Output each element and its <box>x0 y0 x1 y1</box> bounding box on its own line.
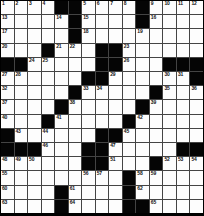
white-cell[interactable] <box>177 200 190 213</box>
clue-number: 11 <box>178 1 183 6</box>
clue-number: 35 <box>164 86 169 91</box>
white-cell[interactable] <box>123 100 136 113</box>
white-cell[interactable] <box>96 186 109 199</box>
white-cell[interactable] <box>96 15 109 28</box>
clue-number: 59 <box>151 171 156 176</box>
clue-number: 63 <box>2 200 7 205</box>
clue-number: 20 <box>2 44 7 49</box>
white-cell[interactable] <box>42 157 55 170</box>
white-cell[interactable] <box>28 171 41 184</box>
white-cell[interactable] <box>55 129 68 142</box>
white-cell[interactable] <box>15 86 28 99</box>
white-cell[interactable] <box>123 72 136 85</box>
clue-number: 18 <box>83 29 88 34</box>
black-cell <box>1 143 14 156</box>
black-cell <box>123 115 136 128</box>
white-cell[interactable] <box>55 157 68 170</box>
white-cell[interactable]: 27 <box>1 72 14 85</box>
clue-number: 12 <box>191 1 196 6</box>
white-cell[interactable]: 55 <box>1 171 14 184</box>
white-cell[interactable]: 4 <box>42 1 55 14</box>
clue-number: 62 <box>137 186 142 191</box>
black-cell <box>96 157 109 170</box>
white-cell[interactable]: 28 <box>15 72 28 85</box>
white-cell[interactable]: 61 <box>69 186 82 199</box>
white-cell[interactable]: 24 <box>28 58 41 71</box>
white-cell[interactable]: 47 <box>109 143 122 156</box>
white-cell[interactable]: 33 <box>82 86 95 99</box>
white-cell[interactable]: 65 <box>150 200 163 213</box>
white-cell[interactable]: 42 <box>136 115 149 128</box>
clue-number: 61 <box>70 186 75 191</box>
clue-number: 21 <box>56 44 61 49</box>
white-cell[interactable]: 14 <box>55 15 68 28</box>
black-cell <box>136 100 149 113</box>
white-cell[interactable]: 8 <box>123 1 136 14</box>
crossword-puzzle: 1234567891011121314151617181920212223242… <box>0 0 204 216</box>
white-cell[interactable] <box>42 15 55 28</box>
white-cell[interactable]: 43 <box>15 129 28 142</box>
clue-number: 31 <box>178 72 183 77</box>
white-cell[interactable] <box>28 44 41 57</box>
clue-number: 33 <box>83 86 88 91</box>
black-cell <box>136 1 149 14</box>
white-cell[interactable] <box>109 100 122 113</box>
clue-number: 28 <box>16 72 21 77</box>
white-cell[interactable] <box>163 143 176 156</box>
black-cell <box>69 29 82 42</box>
black-cell <box>55 186 68 199</box>
clue-number: 17 <box>2 29 7 34</box>
white-cell[interactable] <box>150 44 163 57</box>
white-cell[interactable]: 23 <box>123 44 136 57</box>
white-cell[interactable] <box>123 143 136 156</box>
clue-number: 14 <box>56 15 61 20</box>
black-cell <box>96 129 109 142</box>
white-cell[interactable]: 38 <box>69 100 82 113</box>
clue-number: 15 <box>83 15 88 20</box>
clue-number: 23 <box>124 44 129 49</box>
white-cell[interactable]: 34 <box>96 86 109 99</box>
black-cell <box>177 143 190 156</box>
black-cell <box>123 171 136 184</box>
white-cell[interactable] <box>190 115 203 128</box>
white-cell[interactable] <box>177 115 190 128</box>
white-cell[interactable]: 15 <box>82 15 95 28</box>
white-cell[interactable] <box>150 143 163 156</box>
white-cell[interactable] <box>82 58 95 71</box>
black-cell <box>190 143 203 156</box>
white-cell[interactable] <box>177 15 190 28</box>
white-cell[interactable]: 46 <box>42 143 55 156</box>
white-cell[interactable] <box>136 129 149 142</box>
white-cell[interactable] <box>163 171 176 184</box>
white-cell[interactable]: 36 <box>190 86 203 99</box>
black-cell <box>109 129 122 142</box>
white-cell[interactable]: 37 <box>1 100 14 113</box>
white-cell[interactable] <box>55 29 68 42</box>
white-cell[interactable] <box>82 186 95 199</box>
white-cell[interactable] <box>123 15 136 28</box>
white-cell[interactable] <box>69 129 82 142</box>
white-cell[interactable] <box>15 186 28 199</box>
clue-number: 26 <box>124 58 129 63</box>
black-cell <box>109 44 122 57</box>
white-cell[interactable]: 48 <box>1 157 14 170</box>
white-cell[interactable]: 7 <box>109 1 122 14</box>
white-cell[interactable] <box>15 200 28 213</box>
white-cell[interactable]: 32 <box>1 86 14 99</box>
white-cell[interactable] <box>150 29 163 42</box>
black-cell <box>123 200 136 213</box>
white-cell[interactable] <box>69 171 82 184</box>
black-cell <box>136 200 149 213</box>
black-cell <box>96 58 109 71</box>
white-cell[interactable] <box>109 186 122 199</box>
white-cell[interactable] <box>82 200 95 213</box>
white-cell[interactable] <box>96 29 109 42</box>
white-cell[interactable] <box>42 171 55 184</box>
white-cell[interactable] <box>163 29 176 42</box>
clue-number: 5 <box>83 1 86 6</box>
white-cell[interactable]: 58 <box>136 171 149 184</box>
white-cell[interactable] <box>96 115 109 128</box>
white-cell[interactable] <box>190 15 203 28</box>
white-cell[interactable] <box>28 100 41 113</box>
white-cell[interactable] <box>177 100 190 113</box>
clue-number: 7 <box>110 1 113 6</box>
clue-number: 36 <box>191 86 196 91</box>
white-cell[interactable] <box>190 100 203 113</box>
clue-number: 8 <box>124 1 127 6</box>
black-cell <box>69 15 82 28</box>
white-cell[interactable] <box>96 100 109 113</box>
black-cell <box>15 143 28 156</box>
white-cell[interactable] <box>28 29 41 42</box>
white-cell[interactable]: 9 <box>150 1 163 14</box>
black-cell <box>136 15 149 28</box>
white-cell[interactable] <box>163 15 176 28</box>
white-cell[interactable]: 21 <box>55 44 68 57</box>
black-cell <box>150 157 163 170</box>
white-cell[interactable] <box>69 72 82 85</box>
white-cell[interactable] <box>55 86 68 99</box>
clue-number: 34 <box>97 86 102 91</box>
white-cell[interactable]: 11 <box>177 1 190 14</box>
clue-number: 13 <box>2 15 7 20</box>
white-cell[interactable] <box>190 200 203 213</box>
white-cell[interactable] <box>55 143 68 156</box>
white-cell[interactable] <box>96 200 109 213</box>
white-cell[interactable] <box>28 15 41 28</box>
black-cell <box>82 157 95 170</box>
white-cell[interactable] <box>69 115 82 128</box>
black-cell <box>69 1 82 14</box>
white-cell[interactable] <box>55 171 68 184</box>
white-cell[interactable]: 56 <box>82 171 95 184</box>
clue-number: 47 <box>110 143 115 148</box>
clue-number: 16 <box>151 15 156 20</box>
white-cell[interactable]: 13 <box>1 15 14 28</box>
clue-number: 6 <box>97 1 100 6</box>
white-cell[interactable]: 26 <box>123 58 136 71</box>
white-cell[interactable]: 16 <box>150 15 163 28</box>
white-cell[interactable] <box>190 44 203 57</box>
black-cell <box>96 44 109 57</box>
white-cell[interactable]: 64 <box>69 200 82 213</box>
white-cell[interactable]: 3 <box>28 1 41 14</box>
white-cell[interactable]: 63 <box>1 200 14 213</box>
clue-number: 27 <box>2 72 7 77</box>
white-cell[interactable] <box>28 129 41 142</box>
white-cell[interactable] <box>123 157 136 170</box>
white-cell[interactable]: 54 <box>190 157 203 170</box>
white-cell[interactable]: 5 <box>82 1 95 14</box>
white-cell[interactable] <box>163 200 176 213</box>
black-cell <box>150 86 163 99</box>
crossword-board: 1234567891011121314151617181920212223242… <box>0 0 204 216</box>
white-cell[interactable]: 41 <box>55 115 68 128</box>
white-cell[interactable] <box>150 115 163 128</box>
white-cell[interactable] <box>123 86 136 99</box>
black-cell <box>69 86 82 99</box>
white-cell[interactable] <box>28 115 41 128</box>
black-cell <box>190 58 203 71</box>
white-cell[interactable]: 29 <box>109 72 122 85</box>
white-cell[interactable]: 6 <box>96 1 109 14</box>
white-cell[interactable]: 59 <box>150 171 163 184</box>
clue-number: 58 <box>137 171 142 176</box>
black-cell <box>123 186 136 199</box>
white-cell[interactable] <box>190 29 203 42</box>
white-cell[interactable] <box>163 100 176 113</box>
clue-number: 3 <box>29 1 32 6</box>
clue-number: 48 <box>2 157 7 162</box>
white-cell[interactable] <box>82 44 95 57</box>
white-cell[interactable] <box>163 115 176 128</box>
white-cell[interactable] <box>69 58 82 71</box>
white-cell[interactable] <box>28 72 41 85</box>
black-cell <box>177 58 190 71</box>
clue-number: 19 <box>137 29 142 34</box>
white-cell[interactable] <box>190 129 203 142</box>
white-cell[interactable] <box>69 157 82 170</box>
white-cell[interactable] <box>55 72 68 85</box>
white-cell[interactable] <box>42 200 55 213</box>
clue-number: 4 <box>43 1 46 6</box>
white-cell[interactable] <box>82 129 95 142</box>
clue-number: 46 <box>43 143 48 148</box>
white-cell[interactable] <box>163 129 176 142</box>
white-cell[interactable]: 50 <box>28 157 41 170</box>
clue-number: 50 <box>29 157 34 162</box>
white-cell[interactable]: 2 <box>15 1 28 14</box>
white-cell[interactable] <box>42 100 55 113</box>
clue-number: 60 <box>2 186 7 191</box>
white-cell[interactable] <box>177 44 190 57</box>
black-cell <box>55 1 68 14</box>
white-cell[interactable] <box>42 29 55 42</box>
white-cell[interactable] <box>136 58 149 71</box>
white-cell[interactable]: 20 <box>1 44 14 57</box>
white-cell[interactable] <box>123 29 136 42</box>
clue-number: 2 <box>16 1 19 6</box>
white-cell[interactable] <box>190 186 203 199</box>
white-cell[interactable] <box>150 129 163 142</box>
black-cell <box>82 143 95 156</box>
white-cell[interactable]: 45 <box>123 129 136 142</box>
white-cell[interactable]: 31 <box>177 72 190 85</box>
white-cell[interactable]: 12 <box>190 1 203 14</box>
black-cell <box>82 72 95 85</box>
white-cell[interactable] <box>28 186 41 199</box>
white-cell[interactable] <box>82 115 95 128</box>
white-cell[interactable]: 40 <box>1 115 14 128</box>
white-cell[interactable] <box>109 15 122 28</box>
clue-number: 54 <box>191 157 196 162</box>
black-cell <box>55 100 68 113</box>
white-cell[interactable] <box>177 29 190 42</box>
white-cell[interactable] <box>177 129 190 142</box>
clue-number: 24 <box>29 58 34 63</box>
white-cell[interactable] <box>15 100 28 113</box>
clue-number: 44 <box>43 129 48 134</box>
white-cell[interactable] <box>15 29 28 42</box>
black-cell <box>28 143 41 156</box>
clue-number: 32 <box>2 86 7 91</box>
white-cell[interactable] <box>28 86 41 99</box>
white-cell[interactable]: 62 <box>136 186 149 199</box>
white-cell[interactable] <box>177 171 190 184</box>
black-cell <box>96 72 109 85</box>
clue-number: 42 <box>137 115 142 120</box>
white-cell[interactable] <box>163 44 176 57</box>
clue-number: 57 <box>97 171 102 176</box>
black-cell <box>1 58 14 71</box>
clue-number: 29 <box>110 72 115 77</box>
white-cell[interactable]: 60 <box>1 186 14 199</box>
white-cell[interactable] <box>15 171 28 184</box>
white-cell[interactable] <box>150 58 163 71</box>
white-cell[interactable]: 53 <box>177 157 190 170</box>
white-cell[interactable] <box>42 72 55 85</box>
white-cell[interactable] <box>136 157 149 170</box>
black-cell <box>96 143 109 156</box>
white-cell[interactable]: 52 <box>163 157 176 170</box>
clue-number: 41 <box>56 115 61 120</box>
white-cell[interactable]: 57 <box>96 171 109 184</box>
white-cell[interactable] <box>150 186 163 199</box>
clue-number: 56 <box>83 171 88 176</box>
clue-number: 1 <box>2 1 5 6</box>
white-cell[interactable] <box>136 72 149 85</box>
white-cell[interactable] <box>42 86 55 99</box>
white-cell[interactable] <box>15 115 28 128</box>
white-cell[interactable]: 39 <box>150 100 163 113</box>
white-cell[interactable] <box>42 186 55 199</box>
white-cell[interactable] <box>109 115 122 128</box>
white-cell[interactable] <box>177 186 190 199</box>
clue-number: 49 <box>16 157 21 162</box>
white-cell[interactable] <box>109 171 122 184</box>
clue-number: 53 <box>178 157 183 162</box>
white-cell[interactable] <box>136 143 149 156</box>
white-cell[interactable]: 51 <box>109 157 122 170</box>
white-cell[interactable]: 19 <box>136 29 149 42</box>
white-cell[interactable] <box>136 86 149 99</box>
clue-number: 38 <box>70 100 75 105</box>
clue-number: 43 <box>16 129 21 134</box>
white-cell[interactable]: 35 <box>163 86 176 99</box>
white-cell[interactable]: 1 <box>1 1 14 14</box>
white-cell[interactable] <box>190 171 203 184</box>
clue-number: 9 <box>151 1 154 6</box>
white-cell[interactable]: 30 <box>163 72 176 85</box>
white-cell[interactable] <box>177 86 190 99</box>
clue-number: 55 <box>2 171 7 176</box>
white-cell[interactable] <box>55 58 68 71</box>
black-cell <box>42 115 55 128</box>
white-cell[interactable] <box>163 186 176 199</box>
black-cell <box>42 44 55 57</box>
white-cell[interactable]: 17 <box>1 29 14 42</box>
white-cell[interactable]: 22 <box>69 44 82 57</box>
white-cell[interactable]: 10 <box>163 1 176 14</box>
white-cell[interactable] <box>69 143 82 156</box>
clue-number: 10 <box>164 1 169 6</box>
black-cell <box>1 129 14 142</box>
white-cell[interactable] <box>109 200 122 213</box>
clue-number: 40 <box>2 115 7 120</box>
clue-number: 25 <box>43 58 48 63</box>
white-cell[interactable] <box>136 44 149 57</box>
white-cell[interactable]: 49 <box>15 157 28 170</box>
black-cell <box>15 58 28 71</box>
white-cell[interactable]: 25 <box>42 58 55 71</box>
white-cell[interactable] <box>150 72 163 85</box>
white-cell[interactable] <box>28 200 41 213</box>
white-cell[interactable] <box>109 29 122 42</box>
white-cell[interactable]: 44 <box>42 129 55 142</box>
white-cell[interactable] <box>82 100 95 113</box>
clue-number: 64 <box>70 200 75 205</box>
white-cell[interactable] <box>15 15 28 28</box>
clue-number: 30 <box>164 72 169 77</box>
clue-number: 22 <box>70 44 75 49</box>
clue-number: 45 <box>124 129 129 134</box>
black-cell <box>190 72 203 85</box>
clue-number: 39 <box>151 100 156 105</box>
clue-number: 37 <box>2 100 7 105</box>
black-cell <box>163 58 176 71</box>
black-cell <box>55 200 68 213</box>
clue-number: 51 <box>110 157 115 162</box>
black-cell <box>109 58 122 71</box>
white-cell[interactable] <box>109 86 122 99</box>
white-cell[interactable] <box>15 44 28 57</box>
clue-number: 52 <box>164 157 169 162</box>
clue-number: 65 <box>151 200 156 205</box>
white-cell[interactable]: 18 <box>82 29 95 42</box>
